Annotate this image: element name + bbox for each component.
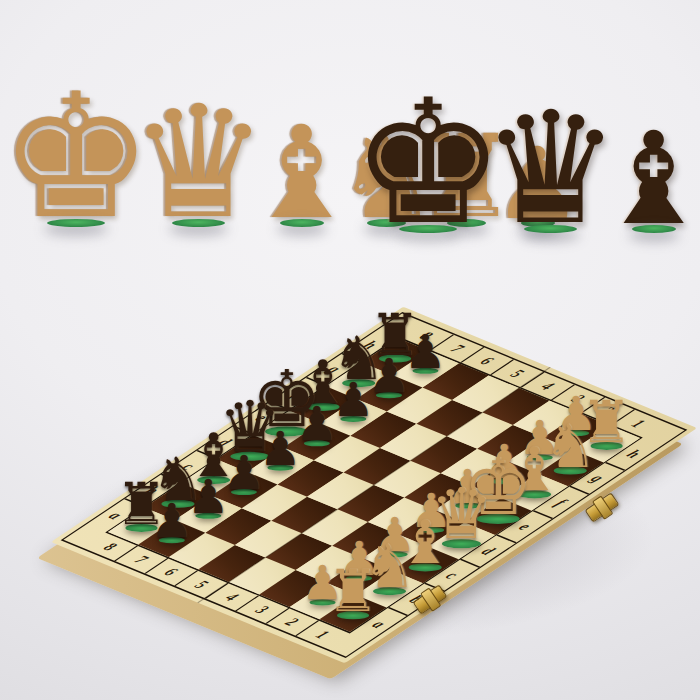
piece-black-pawn-h7[interactable]: ♟ xyxy=(404,328,446,375)
coordinate-label: 1 xyxy=(311,628,334,642)
felt-base xyxy=(280,219,324,227)
board-scene: ♜♞♝♛♚♝♞♜♟♟♟♟♟♟♟♟♟♟♟♟♟♟♟♟♜♞♝♛♚♝♞♜ aa88bb7… xyxy=(142,253,606,700)
chess-set-photo: ♚♛♝♞♜♟ ♚♛♝♞♜♟ ♜♞♝♛♚♝♞♜♟♟♟♟♟♟♟♟♟♟♟♟♟♟♟♟♜♞… xyxy=(0,0,700,700)
chess-board: ♜♞♝♛♚♝♞♜♟♟♟♟♟♟♟♟♟♟♟♟♟♟♟♟♜♞♝♛♚♝♞♜ aa88bb7… xyxy=(51,307,697,664)
piece-showcase: ♚♛♝♞♜♟ ♚♛♝♞♜♟ xyxy=(0,22,700,227)
coordinate-label: 3 xyxy=(251,603,274,617)
piece-black-pawn-e7[interactable]: ♟ xyxy=(295,400,337,447)
coordinate-label: 7 xyxy=(130,553,153,567)
coordinate-label: 4 xyxy=(220,590,243,604)
piece-black-pawn-b7[interactable]: ♟ xyxy=(187,473,229,520)
coordinate-label: 5 xyxy=(190,578,213,592)
coordinate-label: 6 xyxy=(160,565,183,579)
piece-black-pawn-d7[interactable]: ♟ xyxy=(259,425,301,472)
coordinate-label: 2 xyxy=(281,615,304,629)
showcase-black-pieces: ♚♛♝♞♜♟ xyxy=(363,84,689,233)
coordinate-label: 7 xyxy=(446,342,469,356)
knight-glyph: ♞ xyxy=(687,130,700,237)
piece-black-pawn-a7[interactable]: ♟ xyxy=(150,497,192,544)
coordinate-label: 5 xyxy=(506,367,529,381)
felt-base xyxy=(47,219,105,227)
showcase-black-knight: ♞ xyxy=(687,130,700,233)
showcase-white-pieces: ♚♛♝♞♜♟ xyxy=(11,78,337,227)
coordinate-label: 6 xyxy=(476,354,499,368)
piece-white-rook-a1[interactable]: ♜ xyxy=(327,562,379,620)
showcase-black-bishop: ♝ xyxy=(596,120,700,233)
piece-black-pawn-f7[interactable]: ♟ xyxy=(332,376,374,423)
felt-base xyxy=(172,219,225,227)
bishop-glyph: ♝ xyxy=(596,120,700,238)
coordinate-label: 8 xyxy=(99,540,122,554)
